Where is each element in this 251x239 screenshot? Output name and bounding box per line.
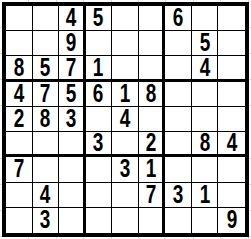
given-digit: 4 (226, 132, 237, 156)
cell-r1c4[interactable]: 5 (86, 6, 113, 31)
cell-r1c2[interactable] (33, 6, 60, 31)
given-digit: 9 (66, 31, 77, 56)
given-digit: 7 (13, 157, 24, 182)
cell-r7c1[interactable]: 7 (6, 157, 33, 182)
cell-r1c5[interactable] (112, 6, 139, 31)
cell-r3c5[interactable] (112, 56, 139, 81)
cell-r4c2[interactable]: 7 (33, 82, 60, 107)
cell-r3c9[interactable] (218, 56, 245, 81)
cell-r8c7[interactable]: 3 (165, 183, 192, 208)
cell-r7c6[interactable]: 1 (139, 157, 166, 182)
cell-r1c7[interactable]: 6 (165, 6, 192, 31)
given-digit: 8 (13, 56, 24, 80)
given-digit: 1 (120, 82, 131, 107)
cell-r4c1[interactable]: 4 (6, 82, 33, 107)
cell-r4c8[interactable] (192, 82, 219, 107)
cell-r3c1[interactable]: 8 (6, 56, 33, 81)
cell-r6c5[interactable] (112, 132, 139, 157)
cell-r7c9[interactable] (218, 157, 245, 182)
cell-r4c4[interactable]: 6 (86, 82, 113, 107)
cell-r6c6[interactable]: 2 (139, 132, 166, 157)
cell-r8c1[interactable] (6, 183, 33, 208)
given-digit: 5 (66, 82, 77, 107)
cell-r5c5[interactable]: 4 (112, 107, 139, 132)
cell-r1c3[interactable]: 4 (59, 6, 86, 31)
cell-r3c2[interactable]: 5 (33, 56, 60, 81)
cell-r7c5[interactable]: 3 (112, 157, 139, 182)
cell-r2c1[interactable] (6, 31, 33, 56)
cell-r9c7[interactable] (165, 208, 192, 233)
cell-r5c6[interactable] (139, 107, 166, 132)
cell-r5c4[interactable] (86, 107, 113, 132)
cell-r9c9[interactable]: 9 (218, 208, 245, 233)
given-digit: 7 (40, 82, 51, 107)
cell-r9c3[interactable] (59, 208, 86, 233)
cell-r7c8[interactable] (192, 157, 219, 182)
cell-r1c1[interactable] (6, 6, 33, 31)
cell-r8c8[interactable]: 1 (192, 183, 219, 208)
cell-r1c6[interactable] (139, 6, 166, 31)
cell-r9c4[interactable] (86, 208, 113, 233)
cell-r8c6[interactable]: 7 (139, 183, 166, 208)
given-digit: 3 (173, 183, 184, 208)
cell-r5c9[interactable] (218, 107, 245, 132)
given-digit: 1 (93, 56, 104, 80)
cell-r8c4[interactable] (86, 183, 113, 208)
cell-r5c7[interactable] (165, 107, 192, 132)
cell-r3c4[interactable]: 1 (86, 56, 113, 81)
given-digit: 7 (66, 56, 77, 80)
given-digit: 5 (93, 6, 104, 31)
given-digit: 3 (93, 132, 104, 156)
cell-r6c3[interactable] (59, 132, 86, 157)
cell-r6c2[interactable] (33, 132, 60, 157)
cell-r5c3[interactable]: 3 (59, 107, 86, 132)
given-digit: 3 (66, 107, 77, 132)
given-digit: 4 (13, 82, 24, 107)
cell-r3c6[interactable] (139, 56, 166, 81)
cell-r9c1[interactable] (6, 208, 33, 233)
given-digit: 3 (120, 157, 131, 182)
given-digit: 7 (145, 183, 156, 208)
cell-r2c8[interactable]: 5 (192, 31, 219, 56)
cell-r2c2[interactable] (33, 31, 60, 56)
cell-r6c1[interactable] (6, 132, 33, 157)
cell-r9c5[interactable] (112, 208, 139, 233)
cell-r3c7[interactable] (165, 56, 192, 81)
cell-r3c3[interactable]: 7 (59, 56, 86, 81)
given-digit: 4 (120, 107, 131, 132)
cell-r7c2[interactable] (33, 157, 60, 182)
cell-r8c9[interactable] (218, 183, 245, 208)
given-digit: 8 (40, 107, 51, 132)
given-digit: 9 (226, 208, 237, 233)
cell-r8c3[interactable] (59, 183, 86, 208)
cell-r9c6[interactable] (139, 208, 166, 233)
given-digit: 4 (40, 183, 51, 208)
cell-r9c2[interactable]: 3 (33, 208, 60, 233)
cell-r1c8[interactable] (192, 6, 219, 31)
given-digit: 4 (66, 6, 77, 31)
cell-r1c9[interactable] (218, 6, 245, 31)
cell-r2c3[interactable]: 9 (59, 31, 86, 56)
cell-r4c9[interactable] (218, 82, 245, 107)
cell-r6c8[interactable]: 8 (192, 132, 219, 157)
cell-r7c4[interactable] (86, 157, 113, 182)
cell-r6c7[interactable] (165, 132, 192, 157)
cell-r2c9[interactable] (218, 31, 245, 56)
given-digit: 1 (199, 183, 210, 208)
given-digit: 8 (199, 132, 210, 156)
given-digit: 2 (13, 107, 24, 132)
given-digit: 1 (145, 157, 156, 182)
cell-r2c6[interactable] (139, 31, 166, 56)
cell-r4c5[interactable]: 1 (112, 82, 139, 107)
cell-r4c3[interactable]: 5 (59, 82, 86, 107)
given-digit: 2 (145, 132, 156, 156)
given-digit: 3 (40, 208, 51, 233)
given-digit: 5 (40, 56, 51, 80)
cell-r6c9[interactable]: 4 (218, 132, 245, 157)
cell-r5c1[interactable]: 2 (6, 107, 33, 132)
cell-r9c8[interactable] (192, 208, 219, 233)
cell-r3c8[interactable]: 4 (192, 56, 219, 81)
cell-r4c7[interactable] (165, 82, 192, 107)
cell-r8c2[interactable]: 4 (33, 183, 60, 208)
cell-r5c2[interactable]: 8 (33, 107, 60, 132)
cell-r6c4[interactable]: 3 (86, 132, 113, 157)
cell-r4c6[interactable]: 8 (139, 82, 166, 107)
cell-r2c7[interactable] (165, 31, 192, 56)
given-digit: 4 (199, 56, 210, 80)
cell-r2c5[interactable] (112, 31, 139, 56)
cell-r2c4[interactable] (86, 31, 113, 56)
sudoku-board: 456958571447561828343284731473139 (2, 2, 249, 237)
cell-r7c3[interactable] (59, 157, 86, 182)
spreadsheet-background: 456958571447561828343284731473139 (0, 0, 251, 239)
cell-r5c8[interactable] (192, 107, 219, 132)
cell-r8c5[interactable] (112, 183, 139, 208)
cell-r7c7[interactable] (165, 157, 192, 182)
given-digit: 8 (145, 82, 156, 107)
given-digit: 6 (173, 6, 184, 31)
given-digit: 6 (93, 82, 104, 107)
given-digit: 5 (199, 31, 210, 56)
